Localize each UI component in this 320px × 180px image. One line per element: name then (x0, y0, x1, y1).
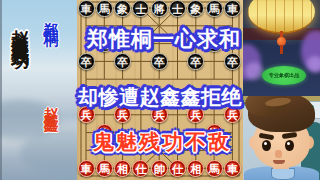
piece-red[interactable]: 車 (224, 160, 241, 177)
caption-line-2: 却惨遭赵鑫鑫拒绝 (78, 84, 242, 111)
panel-edge (0, 0, 2, 180)
avatar-eye-glint (264, 142, 267, 145)
channel-badge-text: 专业象棋出品 (269, 72, 300, 80)
lantern-scene: 专业象棋出品 (243, 0, 320, 96)
piece-red[interactable]: 馬 (206, 160, 223, 177)
thumbnail-stage: 赵鑫鑫鬼魅残功 郑惟桐 赵鑫鑫 車馬象士將士象馬車砲砲卒卒卒卒卒兵兵兵兵兵炮炮車… (0, 0, 320, 180)
piece-black[interactable]: 卒 (78, 53, 95, 70)
avatar-collar (271, 168, 295, 180)
avatar-nose (275, 150, 282, 158)
avatar-scene (243, 96, 320, 180)
piece-black[interactable]: 車 (224, 0, 241, 17)
piece-black[interactable]: 士 (169, 0, 186, 17)
piece-black[interactable]: 象 (114, 0, 131, 17)
piece-black[interactable]: 馬 (96, 0, 113, 17)
caption-line-3: 鬼魅残功不敌 (93, 128, 231, 156)
piece-red[interactable]: 帥 (151, 160, 168, 177)
piece-black[interactable]: 將 (151, 0, 168, 17)
piece-black[interactable]: 卒 (114, 53, 131, 70)
piece-red[interactable]: 馬 (96, 160, 113, 177)
piece-black[interactable]: 士 (132, 0, 149, 17)
purple-cloud-icon (307, 56, 320, 72)
video-title-vertical: 赵鑫鑫鬼魅残功 (8, 15, 32, 40)
piece-black[interactable]: 馬 (206, 0, 223, 17)
piece-red[interactable]: 車 (78, 160, 95, 177)
player-name-zhao-xinxin: 赵鑫鑫 (41, 95, 60, 110)
left-panel: 赵鑫鑫鬼魅残功 郑惟桐 赵鑫鑫 (0, 0, 77, 180)
right-panel: 专业象棋出品 (243, 0, 320, 180)
piece-black[interactable]: 象 (187, 0, 204, 17)
avatar-mouth (273, 160, 285, 164)
piece-red[interactable]: 相 (114, 160, 131, 177)
purple-cloud-icon (245, 62, 263, 80)
piece-black[interactable]: 車 (78, 0, 95, 17)
piece-black[interactable]: 卒 (151, 53, 168, 70)
piece-red[interactable]: 仕 (169, 160, 186, 177)
avatar-eye-glint (287, 142, 290, 145)
player-name-zheng-weitong: 郑惟桐 (41, 10, 60, 25)
piece-black[interactable]: 卒 (224, 53, 241, 70)
piece-red[interactable]: 仕 (132, 160, 149, 177)
channel-badge: 专业象棋出品 (262, 66, 306, 85)
lantern-tassel (280, 45, 283, 54)
caption-line-1: 郑惟桐一心求和 (87, 25, 241, 53)
piece-red[interactable]: 相 (187, 160, 204, 177)
